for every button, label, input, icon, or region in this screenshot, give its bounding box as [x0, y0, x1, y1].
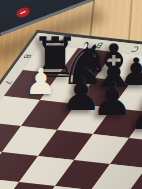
black-pawn-e6: ♟ — [128, 90, 142, 136]
chess-photo-scene: A B C D E F 8 7 6 5 4 3 ♜ ♞ ♝ ♟ ♟ ♟ ♟ — [0, 0, 142, 189]
black-pawn-d6: ♟ — [91, 76, 132, 122]
white-pawn-a7: ♟ — [25, 64, 57, 100]
